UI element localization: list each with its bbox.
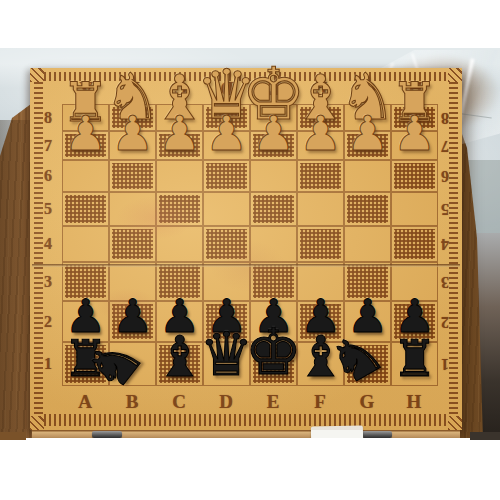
letterbox-top [0, 0, 500, 48]
piece-black-pawn: ♟ [156, 243, 203, 339]
chess-board: 8877665544332211AABBCCDDEEFFGGHH ♜♞♝♛♚♝♞… [30, 68, 462, 430]
hinge-icon [362, 431, 392, 438]
piece-white-pawn: ♟ [250, 73, 297, 157]
piece-black-queen: ♛ [203, 284, 250, 383]
piece-white-pawn: ♟ [391, 73, 438, 157]
hinge-icon [92, 431, 122, 438]
piece-black-bishop: ♝ [156, 284, 203, 383]
piece-black-knight: ♞ [44, 302, 151, 400]
piece-black-pawn: ♟ [344, 243, 391, 339]
piece-black-pawn: ♟ [297, 243, 344, 339]
piece-black-knight: ♞ [300, 285, 390, 394]
piece-white-pawn: ♟ [156, 73, 203, 157]
floor-corner-right [470, 432, 500, 440]
piece-black-pawn: ♟ [391, 243, 438, 339]
piece-black-pawn: ♟ [109, 243, 156, 339]
piece-white-pawn: ♟ [109, 73, 156, 157]
piece-black-rook: ♜ [391, 284, 438, 383]
piece-black-king: ♚ [250, 284, 297, 383]
piece-white-pawn: ♟ [344, 73, 391, 157]
piece-white-pawn: ♟ [203, 73, 250, 157]
table-corner-left [0, 432, 26, 440]
piece-black-bishop: ♝ [297, 284, 344, 383]
piece-white-pawn: ♟ [297, 73, 344, 157]
letterbox-bottom [0, 438, 500, 500]
piece-white-pawn: ♟ [62, 73, 109, 157]
pieces-layer: ♜♞♝♛♚♝♞♜♟♟♟♟♟♟♟♟♟♟♟♟♟♟♟♟♜♞♝♛♚♝♞♜ [30, 68, 462, 430]
piece-black-pawn: ♟ [62, 243, 109, 339]
photo-scene: 8877665544332211AABBCCDDEEFFGGHH ♜♞♝♛♚♝♞… [0, 0, 500, 500]
piece-black-pawn: ♟ [203, 243, 250, 339]
piece-black-rook: ♜ [62, 284, 109, 383]
piece-black-pawn: ♟ [250, 243, 297, 339]
